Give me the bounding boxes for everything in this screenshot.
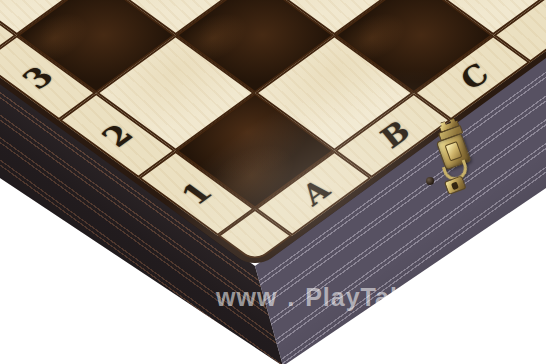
screw-icon [426, 177, 434, 185]
product-photo-scene: 321 ABC www . PlayTables . lv [0, 0, 546, 364]
